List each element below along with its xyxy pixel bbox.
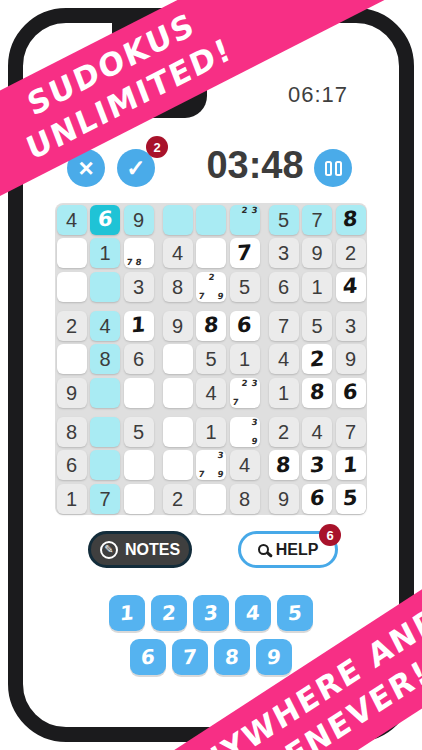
note-digit: 9 bbox=[215, 292, 225, 301]
note-digit: 3 bbox=[249, 418, 259, 427]
cell-r8c9[interactable]: 1 bbox=[336, 450, 366, 480]
cell-r7c3[interactable]: 5 bbox=[124, 417, 154, 447]
cell-r3c6[interactable]: 5 bbox=[230, 272, 260, 302]
cell-r4c8[interactable]: 5 bbox=[302, 311, 332, 341]
cell-digit: 4 bbox=[66, 210, 77, 230]
status-bar-clock: 06:17 bbox=[278, 82, 358, 108]
cell-digit: 6 bbox=[97, 209, 113, 231]
cell-r7c7[interactable]: 2 bbox=[269, 417, 299, 447]
numpad-key-7[interactable]: 7 bbox=[172, 639, 208, 675]
cell-r9c7[interactable]: 9 bbox=[269, 484, 299, 514]
cell-digit: 4 bbox=[239, 455, 250, 475]
cell-r6c9[interactable]: 6 bbox=[336, 378, 366, 408]
note-digit: 2 bbox=[206, 273, 216, 282]
numpad-key-label: 7 bbox=[182, 644, 197, 669]
box-2: 234782795 bbox=[163, 205, 260, 302]
numpad-row-1: 12345 bbox=[23, 595, 399, 631]
cell-digit: 2 bbox=[309, 348, 325, 370]
cell-r7c6[interactable]: 39 bbox=[230, 417, 260, 447]
cell-r3c1[interactable] bbox=[57, 272, 87, 302]
cell-r4c2[interactable]: 4 bbox=[90, 311, 120, 341]
cell-r4c5[interactable]: 8 bbox=[196, 311, 226, 341]
pencil-icon: ✎ bbox=[100, 541, 118, 559]
game-timer: 03:48 bbox=[195, 144, 315, 187]
cell-digit: 4 bbox=[205, 383, 216, 403]
cell-digit: 7 bbox=[99, 489, 110, 509]
cell-digit: 2 bbox=[278, 422, 289, 442]
cell-digit: 2 bbox=[172, 489, 183, 509]
box-9: 247831965 bbox=[269, 417, 366, 514]
cell-r9c5[interactable] bbox=[196, 484, 226, 514]
help-count-badge: 6 bbox=[319, 524, 341, 546]
cell-digit: 1 bbox=[66, 489, 77, 509]
cell-r8c8[interactable]: 3 bbox=[302, 450, 332, 480]
pencil-notes: 39 bbox=[231, 418, 259, 446]
cell-r5c4[interactable] bbox=[163, 344, 193, 374]
cell-r1c6[interactable]: 23 bbox=[230, 205, 260, 235]
cell-r1c2[interactable]: 6 bbox=[90, 205, 120, 235]
box-3: 578392614 bbox=[269, 205, 366, 302]
note-digit: 9 bbox=[215, 470, 225, 479]
cell-r6c8[interactable]: 8 bbox=[302, 378, 332, 408]
cell-digit: 5 bbox=[239, 277, 250, 297]
cell-digit: 5 bbox=[205, 349, 216, 369]
numpad-key-label: 8 bbox=[224, 644, 239, 669]
note-digit: 3 bbox=[215, 451, 225, 460]
cell-digit: 6 bbox=[343, 382, 359, 404]
numpad-key-8[interactable]: 8 bbox=[214, 639, 250, 675]
note-digit: 3 bbox=[249, 379, 259, 388]
cell-r8c3[interactable] bbox=[124, 450, 154, 480]
cell-digit: 3 bbox=[309, 454, 325, 476]
cell-digit: 8 bbox=[99, 349, 110, 369]
cell-digit: 7 bbox=[311, 210, 322, 230]
cell-r5c3[interactable]: 6 bbox=[124, 344, 154, 374]
cell-r4c3[interactable]: 1 bbox=[124, 311, 154, 341]
numpad-key-label: 2 bbox=[161, 600, 176, 625]
cell-r4c7[interactable]: 7 bbox=[269, 311, 299, 341]
close-icon: × bbox=[78, 153, 93, 184]
note-digit: 2 bbox=[239, 206, 249, 215]
note-digit: 7 bbox=[230, 398, 240, 407]
cell-digit: 8 bbox=[309, 382, 325, 404]
box-4: 241869 bbox=[57, 311, 154, 408]
cell-r1c1[interactable]: 4 bbox=[57, 205, 87, 235]
cell-r4c9[interactable]: 3 bbox=[336, 311, 366, 341]
cell-digit: 4 bbox=[343, 276, 359, 298]
cell-r5c1[interactable] bbox=[57, 344, 87, 374]
numpad-key-6[interactable]: 6 bbox=[130, 639, 166, 675]
cell-digit: 1 bbox=[99, 243, 110, 263]
cell-digit: 4 bbox=[278, 349, 289, 369]
box-7: 85617 bbox=[57, 417, 154, 514]
note-digit: 9 bbox=[249, 437, 259, 446]
cell-digit: 1 bbox=[343, 454, 359, 476]
notes-button-label: NOTES bbox=[125, 541, 180, 559]
numpad-key-label: 9 bbox=[266, 644, 281, 669]
cell-digit: 1 bbox=[278, 383, 289, 403]
note-digit: 7 bbox=[196, 470, 206, 479]
cell-digit: 7 bbox=[237, 242, 253, 264]
cell-digit: 3 bbox=[133, 277, 144, 297]
cell-r7c1[interactable]: 8 bbox=[57, 417, 87, 447]
numpad-key-2[interactable]: 2 bbox=[151, 595, 187, 631]
cell-r7c9[interactable]: 7 bbox=[336, 417, 366, 447]
cell-digit: 6 bbox=[309, 488, 325, 510]
cell-digit: 8 bbox=[203, 315, 219, 337]
cell-r5c7[interactable]: 4 bbox=[269, 344, 299, 374]
cell-digit: 6 bbox=[66, 455, 77, 475]
cell-r5c5[interactable]: 5 bbox=[196, 344, 226, 374]
pencil-notes: 379 bbox=[197, 451, 225, 479]
pencil-notes: 23 bbox=[231, 206, 259, 234]
numpad-key-9[interactable]: 9 bbox=[256, 639, 292, 675]
cell-digit: 9 bbox=[66, 383, 77, 403]
cell-digit: 8 bbox=[343, 209, 359, 231]
cell-r2c6[interactable]: 7 bbox=[230, 238, 260, 268]
numpad-key-label: 3 bbox=[203, 600, 218, 625]
numpad-key-label: 4 bbox=[245, 600, 260, 625]
cell-r9c1[interactable]: 1 bbox=[57, 484, 87, 514]
numpad-key-3[interactable]: 3 bbox=[193, 595, 229, 631]
cell-r4c1[interactable]: 2 bbox=[57, 311, 87, 341]
cell-r8c1[interactable]: 6 bbox=[57, 450, 87, 480]
cell-r3c8[interactable]: 1 bbox=[302, 272, 332, 302]
cell-r9c4[interactable]: 2 bbox=[163, 484, 193, 514]
cell-r9c3[interactable] bbox=[124, 484, 154, 514]
cell-r9c6[interactable]: 8 bbox=[230, 484, 260, 514]
cell-digit: 6 bbox=[278, 277, 289, 297]
cell-r2c3[interactable]: 78 bbox=[124, 238, 154, 268]
sudoku-board: 4691783234782795578392614241869986514237… bbox=[55, 203, 367, 515]
pencil-notes: 237 bbox=[231, 379, 259, 407]
cell-r5c2[interactable]: 8 bbox=[90, 344, 120, 374]
cell-r1c9[interactable]: 8 bbox=[336, 205, 366, 235]
cell-digit: 3 bbox=[278, 243, 289, 263]
cell-r2c9[interactable]: 2 bbox=[336, 238, 366, 268]
cell-r2c2[interactable]: 1 bbox=[90, 238, 120, 268]
cell-r9c8[interactable]: 6 bbox=[302, 484, 332, 514]
cell-r2c4[interactable]: 4 bbox=[163, 238, 193, 268]
cell-r6c6[interactable]: 237 bbox=[230, 378, 260, 408]
note-digit: 3 bbox=[249, 206, 259, 215]
cell-digit: 1 bbox=[239, 349, 250, 369]
cell-digit: 9 bbox=[311, 243, 322, 263]
cell-r5c6[interactable]: 1 bbox=[230, 344, 260, 374]
cell-digit: 9 bbox=[345, 349, 356, 369]
pencil-notes: 279 bbox=[197, 273, 225, 301]
cell-digit: 5 bbox=[278, 210, 289, 230]
cell-r6c7[interactable]: 1 bbox=[269, 378, 299, 408]
pencil-notes: 78 bbox=[125, 239, 153, 267]
cell-digit: 7 bbox=[345, 422, 356, 442]
cell-digit: 6 bbox=[133, 349, 144, 369]
note-digit: 8 bbox=[133, 258, 143, 267]
cell-digit: 4 bbox=[172, 243, 183, 263]
pause-button[interactable] bbox=[314, 149, 352, 187]
help-button-label: HELP bbox=[276, 541, 319, 559]
cell-digit: 9 bbox=[278, 489, 289, 509]
cell-digit: 1 bbox=[131, 315, 147, 337]
cell-digit: 2 bbox=[66, 316, 77, 336]
cell-r9c9[interactable]: 5 bbox=[336, 484, 366, 514]
numpad-key-label: 6 bbox=[140, 644, 155, 669]
cell-r8c4[interactable] bbox=[163, 450, 193, 480]
cell-r3c4[interactable]: 8 bbox=[163, 272, 193, 302]
cell-r8c6[interactable]: 4 bbox=[230, 450, 260, 480]
cell-digit: 8 bbox=[276, 454, 292, 476]
cell-r3c9[interactable]: 4 bbox=[336, 272, 366, 302]
cell-r6c3[interactable] bbox=[124, 378, 154, 408]
cell-r6c4[interactable] bbox=[163, 378, 193, 408]
cell-r3c2[interactable] bbox=[90, 272, 120, 302]
app-screenshot: 06:17 × ✓ 2 03:48 4691783234782795578392… bbox=[0, 0, 422, 750]
cell-digit: 7 bbox=[278, 316, 289, 336]
cell-digit: 9 bbox=[172, 316, 183, 336]
notes-button[interactable]: ✎ NOTES bbox=[88, 531, 192, 568]
cell-r7c2[interactable] bbox=[90, 417, 120, 447]
cell-digit: 1 bbox=[205, 422, 216, 442]
numpad-key-5[interactable]: 5 bbox=[277, 595, 313, 631]
cell-digit: 2 bbox=[345, 243, 356, 263]
cell-r3c3[interactable]: 3 bbox=[124, 272, 154, 302]
cell-digit: 4 bbox=[311, 422, 322, 442]
cell-r4c4[interactable]: 9 bbox=[163, 311, 193, 341]
cell-r9c2[interactable]: 7 bbox=[90, 484, 120, 514]
note-digit: 2 bbox=[239, 379, 249, 388]
magnifier-icon bbox=[258, 544, 269, 555]
numpad-key-label: 5 bbox=[287, 600, 302, 625]
cell-digit: 1 bbox=[311, 277, 322, 297]
cell-r3c5[interactable]: 279 bbox=[196, 272, 226, 302]
cell-r7c4[interactable] bbox=[163, 417, 193, 447]
cell-r8c7[interactable]: 8 bbox=[269, 450, 299, 480]
cell-r2c8[interactable]: 9 bbox=[302, 238, 332, 268]
cell-r6c2[interactable] bbox=[90, 378, 120, 408]
cell-r4c6[interactable]: 6 bbox=[230, 311, 260, 341]
cell-digit: 4 bbox=[99, 316, 110, 336]
cell-digit: 9 bbox=[133, 210, 144, 230]
cell-r5c9[interactable]: 9 bbox=[336, 344, 366, 374]
cell-r7c8[interactable]: 4 bbox=[302, 417, 332, 447]
cell-r6c5[interactable]: 4 bbox=[196, 378, 226, 408]
cell-r1c8[interactable]: 7 bbox=[302, 205, 332, 235]
cell-r5c8[interactable]: 2 bbox=[302, 344, 332, 374]
cell-digit: 8 bbox=[172, 277, 183, 297]
cell-digit: 5 bbox=[133, 422, 144, 442]
cell-digit: 5 bbox=[311, 316, 322, 336]
note-digit: 7 bbox=[196, 292, 206, 301]
cell-r6c1[interactable]: 9 bbox=[57, 378, 87, 408]
cell-r2c5[interactable] bbox=[196, 238, 226, 268]
cell-r8c2[interactable] bbox=[90, 450, 120, 480]
box-5: 986514237 bbox=[163, 311, 260, 408]
cell-r1c7[interactable]: 5 bbox=[269, 205, 299, 235]
numpad-key-1[interactable]: 1 bbox=[109, 595, 145, 631]
cell-digit: 3 bbox=[345, 316, 356, 336]
cell-digit: 6 bbox=[237, 315, 253, 337]
cell-r8c5[interactable]: 379 bbox=[196, 450, 226, 480]
numpad-key-4[interactable]: 4 bbox=[235, 595, 271, 631]
cell-r1c5[interactable] bbox=[196, 205, 226, 235]
cell-digit: 8 bbox=[239, 489, 250, 509]
box-8: 139379428 bbox=[163, 417, 260, 514]
box-6: 753429186 bbox=[269, 311, 366, 408]
numpad-key-label: 1 bbox=[119, 600, 134, 625]
check-icon: ✓ bbox=[126, 155, 145, 182]
cell-r2c1[interactable] bbox=[57, 238, 87, 268]
cell-digit: 5 bbox=[343, 488, 359, 510]
box-1: 4691783 bbox=[57, 205, 154, 302]
cell-r1c3[interactable]: 9 bbox=[124, 205, 154, 235]
cell-r1c4[interactable] bbox=[163, 205, 193, 235]
cell-r2c7[interactable]: 3 bbox=[269, 238, 299, 268]
pause-icon bbox=[325, 161, 342, 176]
cell-digit: 8 bbox=[66, 422, 77, 442]
check-count-badge: 2 bbox=[146, 136, 168, 158]
cell-r3c7[interactable]: 6 bbox=[269, 272, 299, 302]
cell-r7c5[interactable]: 1 bbox=[196, 417, 226, 447]
